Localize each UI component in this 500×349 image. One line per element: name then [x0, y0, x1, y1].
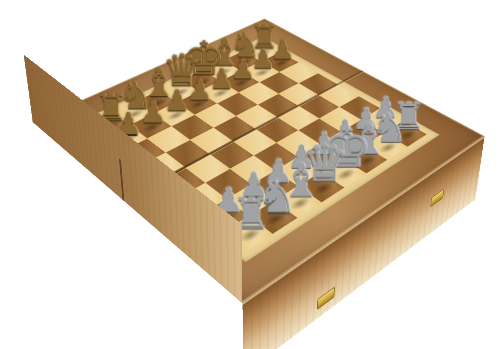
brass-hinge: [317, 286, 335, 310]
brass-hinge: [430, 188, 444, 207]
product-photo-chess-set: ♜♞♝♛♚♝♞♜♟♟♟♟♟♟♟♟♟♟♟♟♟♟♟♟♜♞♝♛♚♝♞♜: [0, 0, 500, 349]
scene: ♜♞♝♛♚♝♞♜♟♟♟♟♟♟♟♟♟♟♟♟♟♟♟♟♜♞♝♛♚♝♞♜: [0, 0, 500, 349]
chess-box: ♜♞♝♛♚♝♞♜♟♟♟♟♟♟♟♟♟♟♟♟♟♟♟♟♜♞♝♛♚♝♞♜: [33, 18, 485, 303]
fold-seam-side: [119, 158, 124, 201]
